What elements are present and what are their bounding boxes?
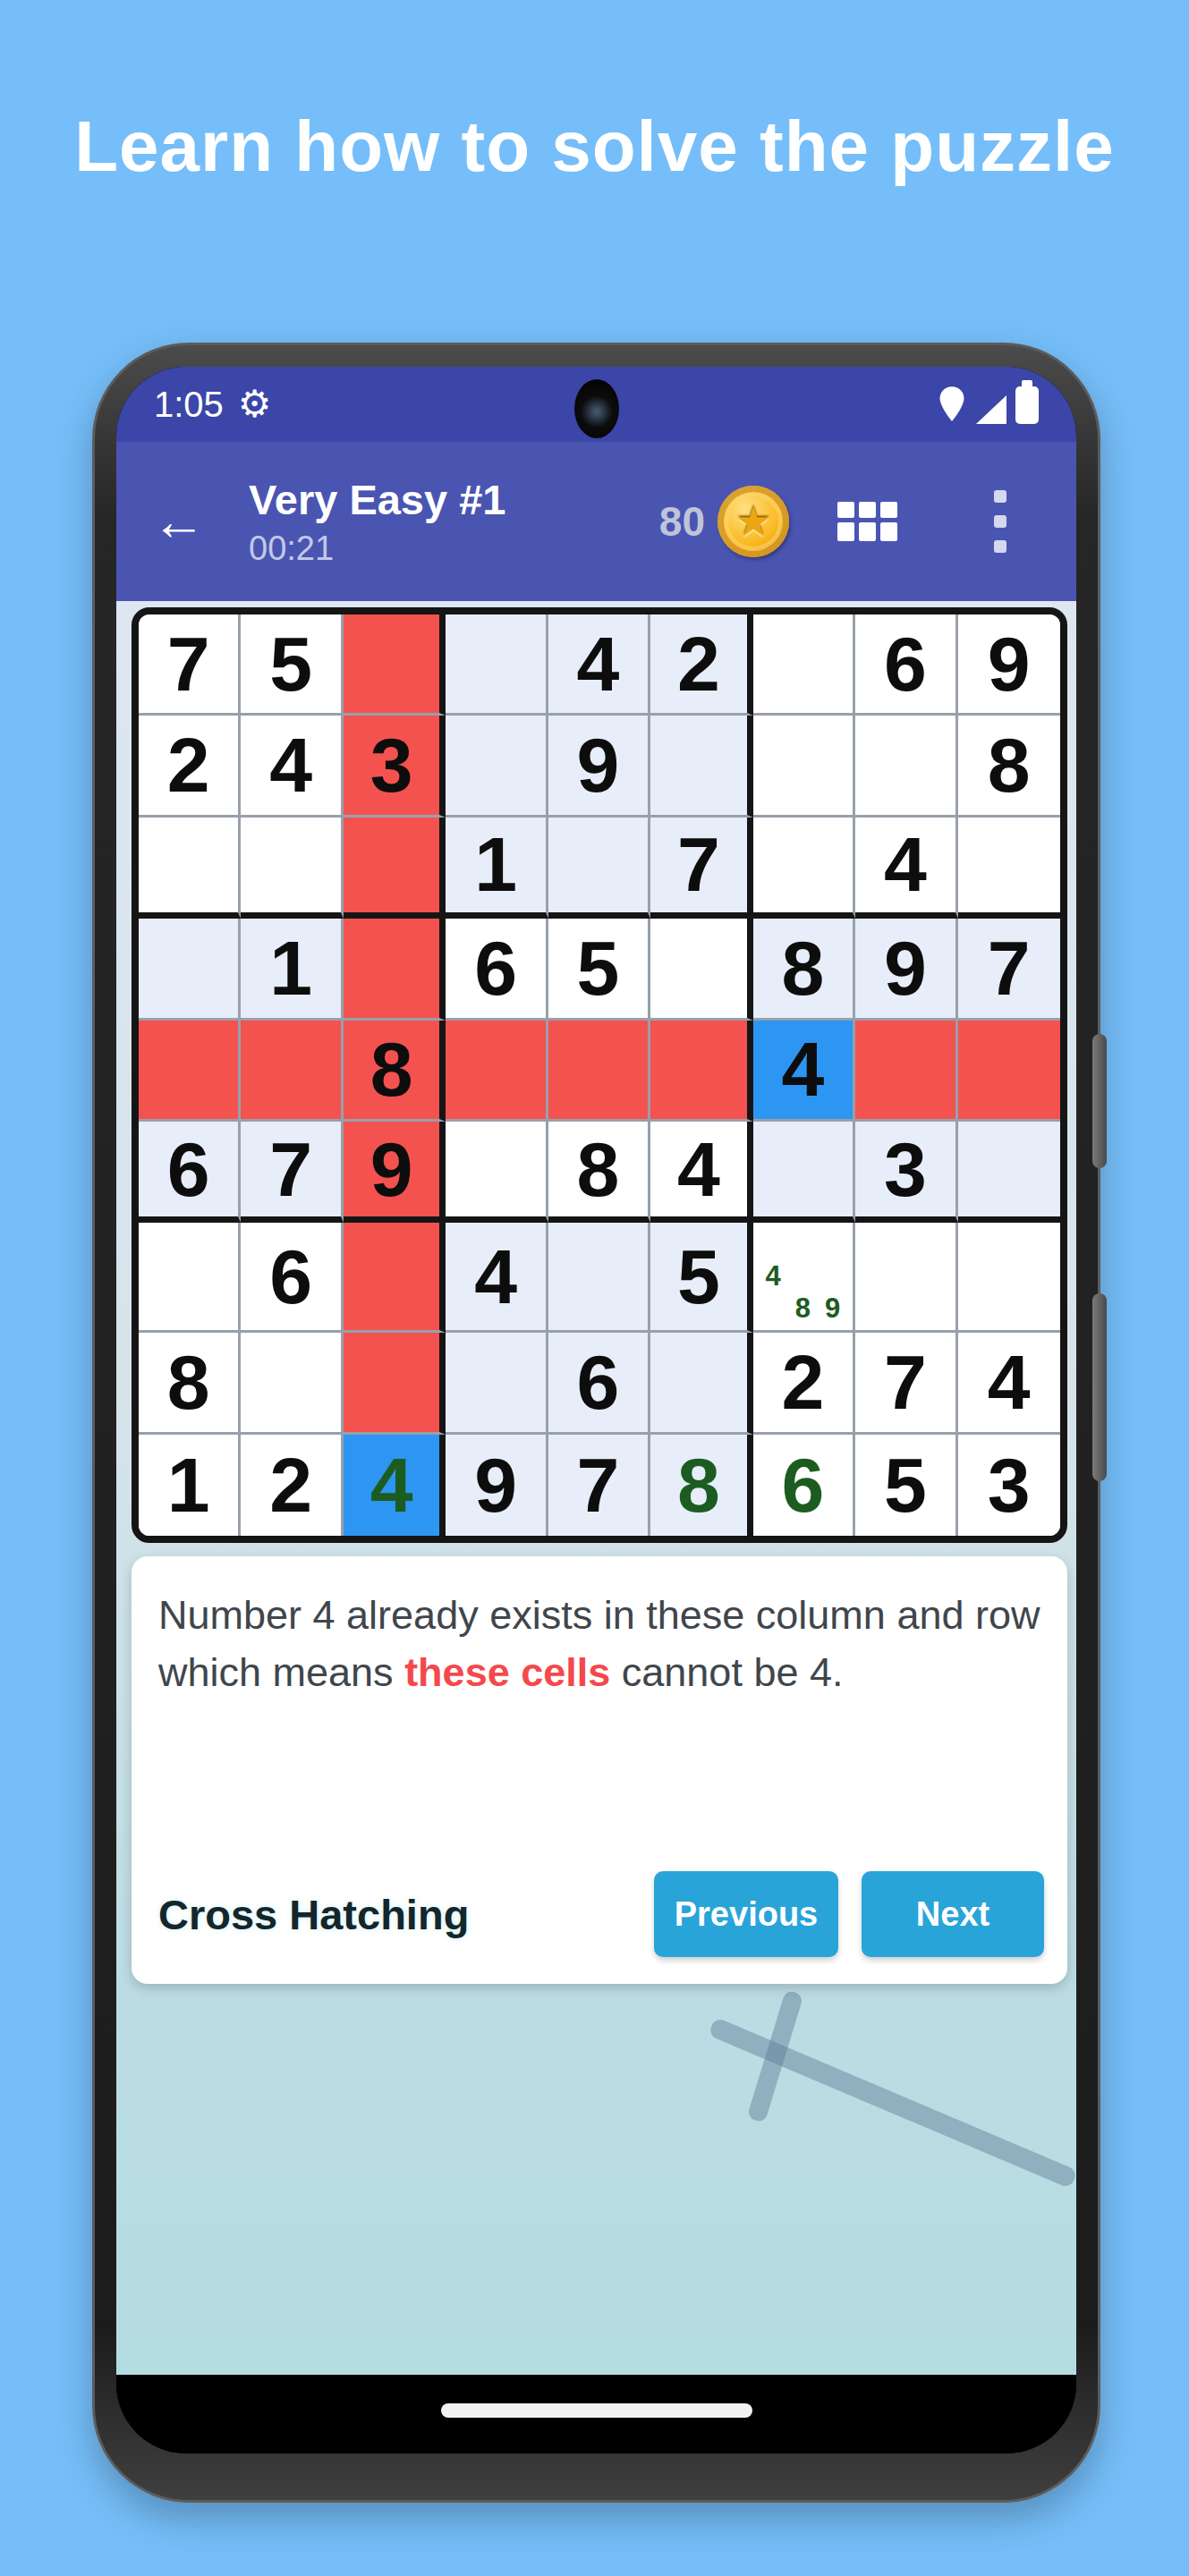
sudoku-cell-r2c9[interactable]: 8 — [958, 716, 1060, 817]
battery-icon — [1015, 386, 1039, 424]
sudoku-cell-r3c3[interactable] — [344, 818, 446, 919]
sudoku-cell-r8c9[interactable]: 4 — [958, 1333, 1060, 1434]
sudoku-cell-r7c6[interactable]: 5 — [650, 1223, 752, 1333]
sudoku-cell-r8c4[interactable] — [446, 1333, 548, 1434]
sudoku-cell-r1c7[interactable] — [753, 614, 855, 716]
status-bar: 1:05 ⚙ — [116, 367, 1076, 442]
sudoku-board: 7542692439817416589784679843645489862741… — [132, 607, 1067, 1543]
gear-icon: ⚙ — [238, 386, 272, 423]
sudoku-cell-r9c9[interactable]: 3 — [958, 1435, 1060, 1536]
star-icon: ★ — [735, 497, 771, 546]
sudoku-cell-r2c1[interactable]: 2 — [139, 716, 241, 817]
sudoku-cell-r4c1[interactable] — [139, 919, 241, 1020]
sudoku-cell-r2c4[interactable] — [446, 716, 548, 817]
lesson-highlight: these cells — [404, 1649, 610, 1695]
sudoku-cell-r6c2[interactable]: 7 — [241, 1122, 343, 1223]
back-button[interactable]: ← — [152, 495, 224, 548]
sudoku-cell-r4c7[interactable]: 8 — [753, 919, 855, 1020]
sudoku-cell-r9c1[interactable]: 1 — [139, 1435, 241, 1536]
lesson-panel: Number 4 already exists in these column … — [132, 1556, 1067, 1984]
sudoku-cell-r2c6[interactable] — [650, 716, 752, 817]
sudoku-cell-r3c2[interactable] — [241, 818, 343, 919]
sudoku-cell-r1c1[interactable]: 7 — [139, 614, 241, 716]
sudoku-cell-r8c7[interactable]: 2 — [753, 1333, 855, 1434]
sudoku-cell-r5c7[interactable]: 4 — [753, 1021, 855, 1122]
sudoku-cell-r6c1[interactable]: 6 — [139, 1122, 241, 1223]
sudoku-cell-r6c9[interactable] — [958, 1122, 1060, 1223]
sudoku-cell-r5c2[interactable] — [241, 1021, 343, 1122]
sudoku-cell-r8c6[interactable] — [650, 1333, 752, 1434]
sudoku-cell-r5c5[interactable] — [548, 1021, 650, 1122]
app-bar: ← Very Easy #1 00:21 80 ★ — [116, 442, 1076, 601]
sudoku-cell-r4c3[interactable] — [344, 919, 446, 1020]
previous-button[interactable]: Previous — [654, 1871, 838, 1957]
power-button — [1092, 1034, 1107, 1168]
sudoku-cell-r6c3[interactable]: 9 — [344, 1122, 446, 1223]
sudoku-cell-r7c1[interactable] — [139, 1223, 241, 1333]
sudoku-cell-r7c3[interactable] — [344, 1223, 446, 1333]
sudoku-cell-r4c9[interactable]: 7 — [958, 919, 1060, 1020]
sudoku-cell-r7c5[interactable] — [548, 1223, 650, 1333]
sudoku-cell-r3c9[interactable] — [958, 818, 1060, 919]
sudoku-cell-r6c8[interactable]: 3 — [855, 1122, 957, 1223]
sudoku-cell-r6c6[interactable]: 4 — [650, 1122, 752, 1223]
level-title: Very Easy #1 — [249, 475, 506, 524]
overflow-menu-icon[interactable] — [994, 490, 1006, 553]
signal-icon — [976, 395, 1006, 424]
sudoku-cell-r3c1[interactable] — [139, 818, 241, 919]
sudoku-cell-r2c8[interactable] — [855, 716, 957, 817]
sudoku-cell-r4c8[interactable]: 9 — [855, 919, 957, 1020]
sudoku-cell-r9c6[interactable]: 8 — [650, 1435, 752, 1536]
sudoku-cell-r4c4[interactable]: 6 — [446, 919, 548, 1020]
page-title: Learn how to solve the puzzle — [0, 106, 1189, 188]
technique-name: Cross Hatching — [158, 1890, 469, 1939]
sudoku-cell-r8c8[interactable]: 7 — [855, 1333, 957, 1434]
location-icon — [937, 385, 967, 424]
coin-count: 80 — [659, 497, 705, 546]
sudoku-cell-r4c6[interactable] — [650, 919, 752, 1020]
sudoku-cell-r3c8[interactable]: 4 — [855, 818, 957, 919]
sudoku-cell-r2c7[interactable] — [753, 716, 855, 817]
sudoku-cell-r8c3[interactable] — [344, 1333, 446, 1434]
sudoku-cell-r9c3[interactable]: 4 — [344, 1435, 446, 1536]
sudoku-cell-r3c6[interactable]: 7 — [650, 818, 752, 919]
sudoku-cell-r2c2[interactable]: 4 — [241, 716, 343, 817]
sudoku-cell-r2c3[interactable]: 3 — [344, 716, 446, 817]
sudoku-cell-r5c6[interactable] — [650, 1021, 752, 1122]
sudoku-cell-r1c5[interactable]: 4 — [548, 614, 650, 716]
sudoku-cell-r3c4[interactable]: 1 — [446, 818, 548, 919]
pencil-notes: 489 — [753, 1223, 853, 1330]
sudoku-cell-r5c3[interactable]: 8 — [344, 1021, 446, 1122]
sudoku-cell-r1c4[interactable] — [446, 614, 548, 716]
sudoku-cell-r4c2[interactable]: 1 — [241, 919, 343, 1020]
phone-screen: 1:05 ⚙ ← Very Easy #1 00:21 80 ★ — [116, 367, 1076, 2453]
levels-grid-icon[interactable] — [837, 502, 897, 541]
sudoku-cell-r1c3[interactable] — [344, 614, 446, 716]
sudoku-cell-r7c8[interactable] — [855, 1223, 957, 1333]
camera-punch-hole — [574, 379, 619, 438]
sudoku-cell-r1c8[interactable]: 6 — [855, 614, 957, 716]
sudoku-cell-r5c9[interactable] — [958, 1021, 1060, 1122]
sudoku-cell-r8c1[interactable]: 8 — [139, 1333, 241, 1434]
next-button[interactable]: Next — [862, 1871, 1044, 1957]
sudoku-cell-r3c5[interactable] — [548, 818, 650, 919]
sudoku-cell-r7c7[interactable]: 489 — [753, 1223, 855, 1333]
volume-button — [1092, 1293, 1107, 1481]
phone-frame: 1:05 ⚙ ← Very Easy #1 00:21 80 ★ — [92, 343, 1100, 2503]
sudoku-cell-r9c5[interactable]: 7 — [548, 1435, 650, 1536]
timer: 00:21 — [249, 530, 506, 568]
navigation-bar — [116, 2375, 1076, 2453]
sudoku-cell-r6c5[interactable]: 8 — [548, 1122, 650, 1223]
game-content: 7542692439817416589784679843645489862741… — [116, 601, 1076, 2375]
sudoku-cell-r1c6[interactable]: 2 — [650, 614, 752, 716]
sudoku-cell-r9c4[interactable]: 9 — [446, 1435, 548, 1536]
sudoku-cell-r9c2[interactable]: 2 — [241, 1435, 343, 1536]
sudoku-cell-r9c8[interactable]: 5 — [855, 1435, 957, 1536]
sudoku-cell-r6c4[interactable] — [446, 1122, 548, 1223]
sudoku-cell-r2c5[interactable]: 9 — [548, 716, 650, 817]
sudoku-cell-r7c2[interactable]: 6 — [241, 1223, 343, 1333]
home-gesture-pill[interactable] — [441, 2403, 752, 2418]
lesson-text: Number 4 already exists in these column … — [158, 1587, 1040, 1701]
sudoku-cell-r5c8[interactable] — [855, 1021, 957, 1122]
sudoku-cell-r6c7[interactable] — [753, 1122, 855, 1223]
sudoku-cell-r8c2[interactable] — [241, 1333, 343, 1434]
coin-icon[interactable]: ★ — [718, 486, 789, 557]
sudoku-cell-r5c1[interactable] — [139, 1021, 241, 1122]
sudoku-cell-r1c2[interactable]: 5 — [241, 614, 343, 716]
status-time: 1:05 — [154, 385, 224, 425]
sudoku-cell-r7c9[interactable] — [958, 1223, 1060, 1333]
sudoku-cell-r5c4[interactable] — [446, 1021, 548, 1122]
sudoku-cell-r1c9[interactable]: 9 — [958, 614, 1060, 716]
sudoku-cell-r8c5[interactable]: 6 — [548, 1333, 650, 1434]
sudoku-cell-r4c5[interactable]: 5 — [548, 919, 650, 1020]
sudoku-cell-r3c7[interactable] — [753, 818, 855, 919]
sudoku-cell-r9c7[interactable]: 6 — [753, 1435, 855, 1536]
sudoku-cell-r7c4[interactable]: 4 — [446, 1223, 548, 1333]
